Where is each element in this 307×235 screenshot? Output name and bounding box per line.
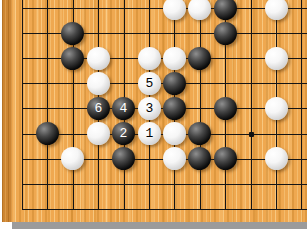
stone-black: 2 bbox=[112, 122, 135, 145]
stone-black bbox=[214, 147, 237, 170]
grid-line-vertical bbox=[200, 0, 201, 210]
grid-line-vertical bbox=[251, 0, 252, 210]
move-number-label: 4 bbox=[120, 102, 128, 115]
move-number-label: 6 bbox=[95, 102, 103, 115]
stone-black bbox=[112, 147, 135, 170]
stone-white: 1 bbox=[138, 122, 161, 145]
grid-line-horizontal bbox=[22, 184, 307, 185]
stone-white bbox=[265, 0, 288, 20]
stone-black bbox=[214, 0, 237, 20]
move-number-label: 3 bbox=[146, 102, 154, 115]
board-drop-shadow bbox=[12, 222, 307, 229]
stone-black bbox=[163, 97, 186, 120]
stone-white: 3 bbox=[138, 97, 161, 120]
stone-black: 6 bbox=[87, 97, 110, 120]
stone-black bbox=[188, 47, 211, 70]
grid-line-horizontal bbox=[22, 209, 307, 210]
grid-line-vertical bbox=[301, 0, 302, 210]
move-number-label: 2 bbox=[120, 127, 128, 140]
stone-white bbox=[265, 47, 288, 70]
stone-black bbox=[61, 22, 84, 45]
stone-black bbox=[214, 22, 237, 45]
stone-white bbox=[87, 122, 110, 145]
stone-white bbox=[188, 0, 211, 20]
stone-black bbox=[163, 72, 186, 95]
stone-white bbox=[138, 47, 161, 70]
move-number-label: 5 bbox=[146, 77, 154, 90]
board-left-edge bbox=[2, 0, 12, 222]
stone-white bbox=[163, 122, 186, 145]
stone-white bbox=[265, 97, 288, 120]
stone-white bbox=[87, 47, 110, 70]
stone-black bbox=[214, 97, 237, 120]
stone-black bbox=[36, 122, 59, 145]
stone-black bbox=[61, 47, 84, 70]
stone-white: 5 bbox=[138, 72, 161, 95]
move-number-label: 1 bbox=[146, 127, 154, 140]
stone-white bbox=[87, 72, 110, 95]
stone-black bbox=[188, 147, 211, 170]
go-board: 564321 bbox=[2, 0, 307, 222]
stone-white bbox=[61, 147, 84, 170]
star-point bbox=[249, 132, 254, 137]
stone-white bbox=[163, 0, 186, 20]
stone-white bbox=[163, 47, 186, 70]
stone-white bbox=[163, 147, 186, 170]
go-diagram-page: 564321 bbox=[0, 0, 307, 235]
stone-black: 4 bbox=[112, 97, 135, 120]
grid-line-vertical bbox=[47, 0, 48, 210]
stone-white bbox=[265, 147, 288, 170]
grid-line-vertical bbox=[22, 0, 23, 210]
stone-black bbox=[188, 122, 211, 145]
